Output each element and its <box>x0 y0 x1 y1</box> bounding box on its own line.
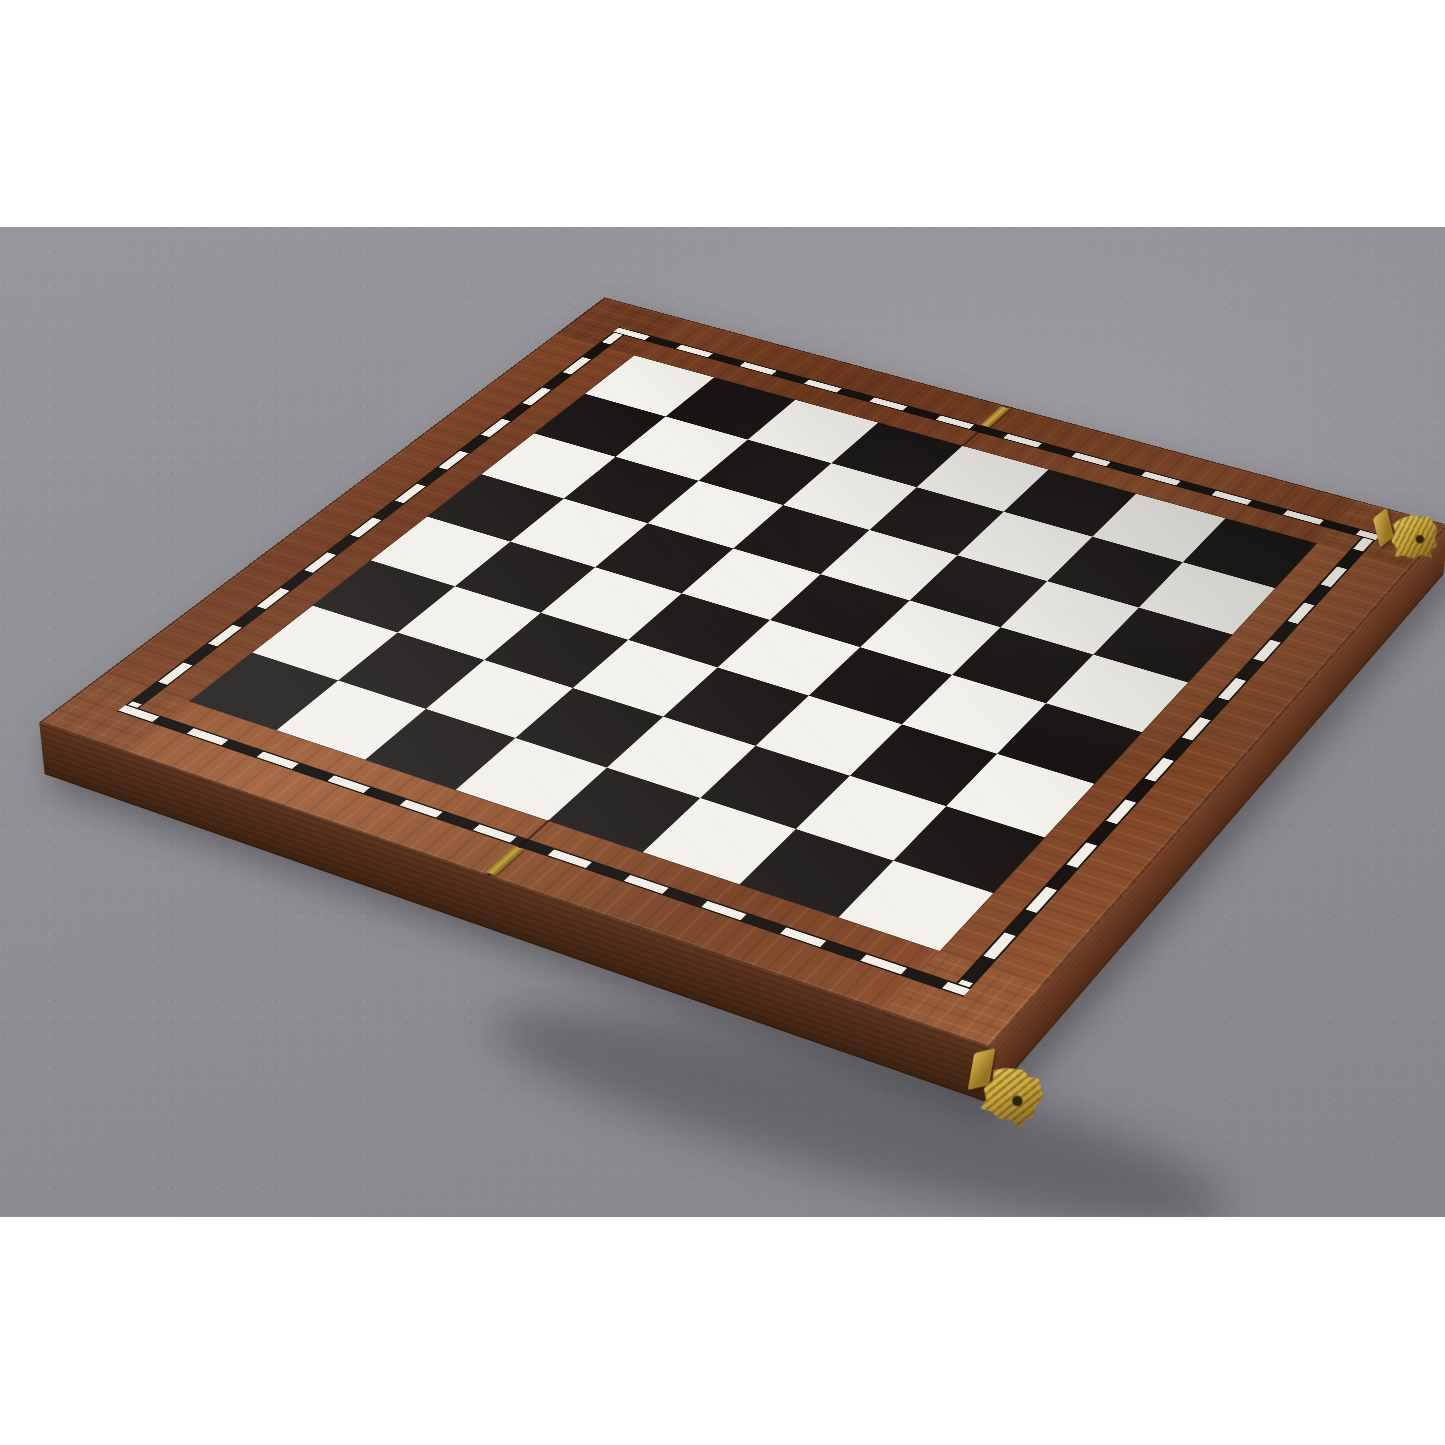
fabric-background <box>0 227 1445 1217</box>
square-h1[interactable] <box>839 861 994 951</box>
square-f2[interactable] <box>700 746 850 829</box>
brass-hinge-top <box>980 406 1009 427</box>
square-f3[interactable] <box>756 696 902 776</box>
square-c2[interactable] <box>426 660 573 738</box>
photo-canvas <box>0 0 1445 1445</box>
square-d1[interactable] <box>456 738 607 821</box>
square-h4[interactable] <box>997 703 1142 784</box>
square-e3[interactable] <box>663 667 809 745</box>
square-f4[interactable] <box>809 647 952 724</box>
square-g1[interactable] <box>740 829 894 917</box>
brass-hinge-bottom <box>485 846 524 875</box>
square-b1[interactable] <box>277 680 426 759</box>
square-c1[interactable] <box>365 709 515 790</box>
square-g3[interactable] <box>850 724 997 806</box>
chess-board-top-face <box>39 297 1445 1047</box>
square-c3[interactable] <box>484 613 628 688</box>
square-d3[interactable] <box>573 640 718 717</box>
square-b2[interactable] <box>338 633 484 709</box>
square-e2[interactable] <box>607 717 756 798</box>
square-a1[interactable] <box>190 653 338 731</box>
square-g4[interactable] <box>902 675 1046 754</box>
square-d2[interactable] <box>515 688 663 768</box>
square-h5[interactable] <box>1046 655 1188 733</box>
square-g2[interactable] <box>796 776 946 861</box>
square-f1[interactable] <box>643 798 796 884</box>
square-e1[interactable] <box>548 768 700 852</box>
square-e4[interactable] <box>718 620 861 696</box>
square-h2[interactable] <box>893 806 1044 893</box>
square-h3[interactable] <box>946 754 1094 838</box>
square-g5[interactable] <box>952 627 1093 703</box>
